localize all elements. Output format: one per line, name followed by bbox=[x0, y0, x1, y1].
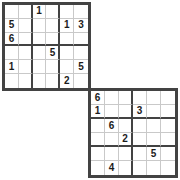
top-left-cell-r5c5[interactable] bbox=[60, 60, 74, 74]
top-left-cell-r2c6-given: 3 bbox=[74, 19, 88, 33]
bottom-right-cell-r4c5[interactable] bbox=[147, 133, 161, 147]
bottom-right-cell-r5c3[interactable] bbox=[119, 147, 133, 161]
bottom-right-cell-r3c1[interactable] bbox=[91, 119, 105, 133]
top-left-cell-r6c2[interactable] bbox=[19, 74, 33, 88]
bottom-right-cell-r5c1[interactable] bbox=[91, 147, 105, 161]
top-left-cell-r5c4[interactable] bbox=[46, 60, 60, 74]
bottom-right-cell-r5c2[interactable] bbox=[105, 147, 119, 161]
top-left-cell-r4c1[interactable] bbox=[5, 46, 19, 60]
bottom-right-cell-r6c6[interactable] bbox=[161, 161, 175, 175]
top-left-cell-r1c5[interactable] bbox=[60, 5, 74, 19]
bottom-right-cell-r6c2-given: 4 bbox=[105, 161, 119, 175]
top-left-cell-r2c2[interactable] bbox=[19, 19, 33, 33]
top-left-cell-r6c1[interactable] bbox=[5, 74, 19, 88]
top-left-cell-r4c5[interactable] bbox=[60, 46, 74, 60]
top-left-cell-r5c3[interactable] bbox=[33, 60, 47, 74]
bottom-right-cell-r1c3[interactable] bbox=[119, 91, 133, 105]
bottom-right-cell-r2c5[interactable] bbox=[147, 105, 161, 119]
top-left-cell-r2c1-given: 5 bbox=[5, 19, 19, 33]
bottom-right-cell-r6c5[interactable] bbox=[147, 161, 161, 175]
top-left-cell-r3c5[interactable] bbox=[60, 33, 74, 47]
bottom-right-cell-r1c2[interactable] bbox=[105, 91, 119, 105]
top-left-cell-r5c1-given: 1 bbox=[5, 60, 19, 74]
bottom-right-cell-r5c6[interactable] bbox=[161, 147, 175, 161]
top-left-cell-r2c4[interactable] bbox=[46, 19, 60, 33]
bottom-right-cell-r3c2-given: 6 bbox=[105, 119, 119, 133]
top-left-cell-r1c6[interactable] bbox=[74, 5, 88, 19]
top-left-cell-r2c3[interactable] bbox=[33, 19, 47, 33]
top-left-cell-r4c6[interactable] bbox=[74, 46, 88, 60]
top-left-cell-r3c2[interactable] bbox=[19, 33, 33, 47]
top-left-cell-r6c3[interactable] bbox=[33, 74, 47, 88]
bottom-right-cell-r6c1[interactable] bbox=[91, 161, 105, 175]
top-left-cell-r3c4[interactable] bbox=[46, 33, 60, 47]
top-left-cell-r3c3[interactable] bbox=[33, 33, 47, 47]
bottom-right-cell-r2c2[interactable] bbox=[105, 105, 119, 119]
bottom-right-cell-r3c5[interactable] bbox=[147, 119, 161, 133]
top-left-cell-r6c6[interactable] bbox=[74, 74, 88, 88]
bottom-right-cell-r5c5-given: 5 bbox=[147, 147, 161, 161]
bottom-right-cell-r2c6[interactable] bbox=[161, 105, 175, 119]
top-left-cell-r1c3-given: 1 bbox=[33, 5, 47, 19]
bottom-right-cell-r4c1[interactable] bbox=[91, 133, 105, 147]
top-left-cell-r4c4-given: 5 bbox=[46, 46, 60, 60]
grid-top-left: 151365152 bbox=[2, 2, 91, 91]
bottom-right-cell-r2c4-given: 3 bbox=[133, 105, 147, 119]
bottom-right-cell-r1c6[interactable] bbox=[161, 91, 175, 105]
bottom-right-cell-r2c3[interactable] bbox=[119, 105, 133, 119]
top-left-cell-r5c6-given: 5 bbox=[74, 60, 88, 74]
bottom-right-cell-r1c1-given: 6 bbox=[91, 91, 105, 105]
bottom-right-cell-r5c4[interactable] bbox=[133, 147, 147, 161]
bottom-right-cell-r6c3[interactable] bbox=[119, 161, 133, 175]
bottom-right-cell-r3c3[interactable] bbox=[119, 119, 133, 133]
top-left-cell-r1c4[interactable] bbox=[46, 5, 60, 19]
top-left-cell-r3c1-given: 6 bbox=[5, 33, 19, 47]
bottom-right-cell-r1c5[interactable] bbox=[147, 91, 161, 105]
top-left-cell-r6c5-given: 2 bbox=[60, 74, 74, 88]
top-left-cell-r4c3[interactable] bbox=[33, 46, 47, 60]
top-left-cell-r3c6[interactable] bbox=[74, 33, 88, 47]
top-left-cell-r6c4[interactable] bbox=[46, 74, 60, 88]
top-left-cell-r4c2[interactable] bbox=[19, 46, 33, 60]
bottom-right-cell-r4c4[interactable] bbox=[133, 133, 147, 147]
top-left-cell-r1c1[interactable] bbox=[5, 5, 19, 19]
bottom-right-cell-r6c4[interactable] bbox=[133, 161, 147, 175]
bottom-right-cell-r1c4[interactable] bbox=[133, 91, 147, 105]
twin-sudoku-puzzle: 151365152 6136254 bbox=[0, 0, 180, 180]
bottom-right-cell-r3c6[interactable] bbox=[161, 119, 175, 133]
top-left-cell-r2c5-given: 1 bbox=[60, 19, 74, 33]
bottom-right-cell-r4c3-given: 2 bbox=[119, 133, 133, 147]
bottom-right-cell-r4c2[interactable] bbox=[105, 133, 119, 147]
grid-bottom-right: 6136254 bbox=[88, 88, 178, 178]
top-left-cell-r1c2[interactable] bbox=[19, 5, 33, 19]
bottom-right-cell-r2c1-given: 1 bbox=[91, 105, 105, 119]
bottom-right-cell-r3c4[interactable] bbox=[133, 119, 147, 133]
top-left-cell-r5c2[interactable] bbox=[19, 60, 33, 74]
bottom-right-cell-r4c6[interactable] bbox=[161, 133, 175, 147]
